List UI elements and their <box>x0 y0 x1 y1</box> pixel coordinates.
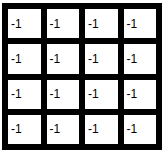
cell-r4c3[interactable]: -1 <box>85 115 118 144</box>
cell-r3c2[interactable]: -1 <box>47 80 80 109</box>
cell-r2c2[interactable]: -1 <box>47 44 80 73</box>
puzzle-board: -1-1-1-1-1-1-1-1-1-1-1-1-1-1-1-1 <box>2 3 162 150</box>
cell-r4c1[interactable]: -1 <box>8 115 41 144</box>
cell-r4c2[interactable]: -1 <box>47 115 80 144</box>
cell-r1c1[interactable]: -1 <box>8 9 41 38</box>
cell-r1c2[interactable]: -1 <box>47 9 80 38</box>
cell-r3c1[interactable]: -1 <box>8 80 41 109</box>
cell-r2c4[interactable]: -1 <box>124 44 157 73</box>
cell-r3c4[interactable]: -1 <box>124 80 157 109</box>
cell-r1c3[interactable]: -1 <box>85 9 118 38</box>
cell-r1c4[interactable]: -1 <box>124 9 157 38</box>
cell-r4c4[interactable]: -1 <box>124 115 157 144</box>
cell-r2c3[interactable]: -1 <box>85 44 118 73</box>
cell-r2c1[interactable]: -1 <box>8 44 41 73</box>
page: -1-1-1-1-1-1-1-1-1-1-1-1-1-1-1-1 <box>0 0 165 155</box>
cell-r3c3[interactable]: -1 <box>85 80 118 109</box>
